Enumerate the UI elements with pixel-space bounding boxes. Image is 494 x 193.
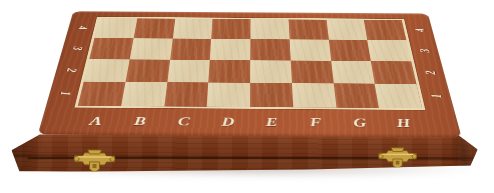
square-g4 [326,20,367,40]
rank-label-left-2: 2 [62,68,78,72]
box-left-side [7,126,47,178]
square-d4 [211,19,250,39]
square-f3 [289,39,330,60]
square-a4 [94,18,137,38]
squares-grid [78,18,422,108]
file-label-c: C [161,115,206,128]
square-h2 [371,61,416,84]
square-d2 [208,60,250,83]
rank-label-left-4: 4 [74,26,89,29]
file-label-e: E [250,116,294,129]
square-c2 [167,60,210,83]
rank-label-left-1: 1 [56,91,72,95]
square-e4 [250,19,289,39]
rank-label-right-1: 1 [428,94,444,98]
square-e1 [250,83,293,107]
square-a3 [89,38,133,59]
square-e2 [250,60,292,83]
square-f2 [291,61,334,84]
square-c4 [172,19,212,39]
square-b4 [133,18,175,38]
rank-labels-right: 4321 [404,20,453,108]
playing-area [74,17,425,110]
square-b3 [129,38,172,59]
square-c1 [164,82,209,106]
square-g2 [331,61,375,84]
chess-box: 4321 4321 ABCDEFGH [0,0,494,193]
square-f1 [292,83,336,107]
square-a2 [84,59,130,82]
square-h1 [375,84,422,108]
square-b1 [121,82,167,106]
chess-box-photo: 4321 4321 ABCDEFGH [0,0,494,193]
square-h4 [364,20,406,40]
square-g3 [328,40,371,61]
file-labels-row: ABCDEFGH [71,110,428,135]
file-label-h: H [380,117,427,130]
rank-label-right-2: 2 [423,71,439,75]
square-h3 [367,40,411,61]
square-d1 [207,83,250,107]
rank-label-left-3: 3 [68,46,83,50]
file-label-a: A [73,114,120,127]
file-label-b: B [117,115,163,128]
square-b2 [125,59,169,82]
file-label-g: G [337,116,383,129]
square-f4 [288,19,328,39]
square-g1 [333,83,379,107]
rank-label-right-3: 3 [417,49,432,53]
square-a1 [78,82,125,106]
file-label-f: F [293,116,338,129]
square-c3 [170,39,212,60]
rank-labels-left: 4321 [46,18,97,106]
file-label-d: D [205,115,249,128]
rank-label-right-4: 4 [412,28,427,31]
square-e3 [250,39,290,60]
square-d3 [210,39,250,60]
board-top-surface: 4321 4321 ABCDEFGH [38,11,462,137]
